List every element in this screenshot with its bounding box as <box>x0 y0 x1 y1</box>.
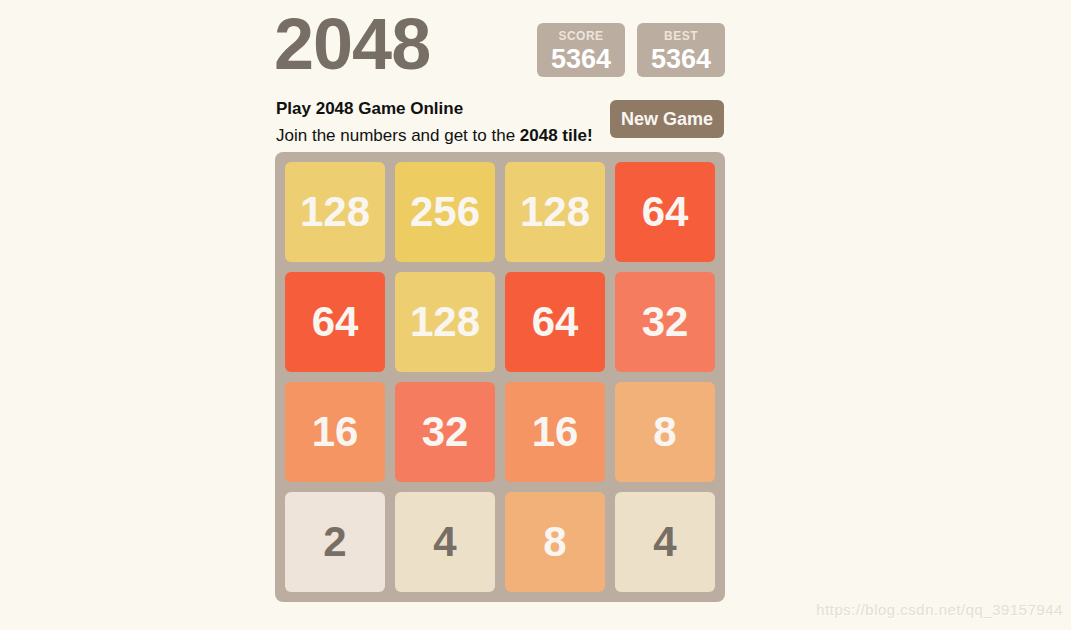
page: 2048 SCORE 5364 BEST 5364 Play 2048 Game… <box>0 0 1071 630</box>
intro-subline-prefix: Join the numbers and get to the <box>276 126 520 145</box>
tile-64: 64 <box>615 162 715 262</box>
best-label: BEST <box>664 28 698 45</box>
tile-16: 16 <box>285 382 385 482</box>
tile-256: 256 <box>395 162 495 262</box>
tile-128: 128 <box>505 162 605 262</box>
tile-128: 128 <box>395 272 495 372</box>
tile-4: 4 <box>615 492 715 592</box>
tile-16: 16 <box>505 382 605 482</box>
intro-subline-goal: 2048 tile! <box>520 126 593 145</box>
score-value: 5364 <box>551 45 611 75</box>
tile-4: 4 <box>395 492 495 592</box>
tile-64: 64 <box>505 272 605 372</box>
tile-128: 128 <box>285 162 385 262</box>
tile-8: 8 <box>505 492 605 592</box>
score-panel: SCORE 5364 BEST 5364 <box>537 23 725 77</box>
intro-subline: Join the numbers and get to the 2048 til… <box>276 122 616 149</box>
score-label: SCORE <box>558 28 603 45</box>
tile-32: 32 <box>615 272 715 372</box>
board-grid[interactable]: 1282561286464128643216321682484 <box>275 152 725 602</box>
intro-heading: Play 2048 Game Online <box>276 96 616 122</box>
score-box: SCORE 5364 <box>537 23 625 77</box>
tile-32: 32 <box>395 382 495 482</box>
best-box: BEST 5364 <box>637 23 725 77</box>
tile-2: 2 <box>285 492 385 592</box>
new-game-button[interactable]: New Game <box>610 100 724 138</box>
watermark: https://blog.csdn.net/qq_39157944 <box>816 601 1063 618</box>
tile-64: 64 <box>285 272 385 372</box>
intro-text: Play 2048 Game Online Join the numbers a… <box>276 96 616 150</box>
best-value: 5364 <box>651 45 711 75</box>
game-title: 2048 <box>274 8 430 80</box>
tile-8: 8 <box>615 382 715 482</box>
